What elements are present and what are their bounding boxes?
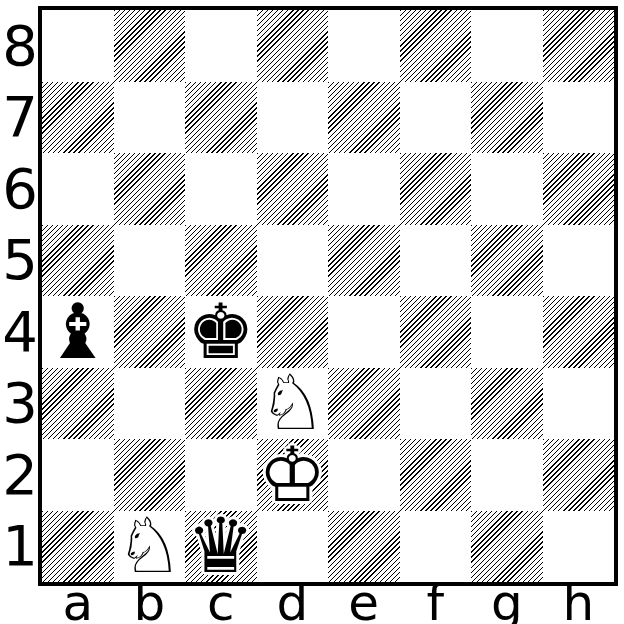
square-d6[interactable] (257, 153, 329, 225)
square-h5[interactable] (543, 225, 615, 297)
square-b7[interactable] (114, 82, 186, 154)
square-b2[interactable] (114, 439, 186, 511)
rank-label-8: 8 (0, 10, 38, 82)
file-label-d: d (257, 583, 329, 624)
square-g8[interactable] (471, 10, 543, 82)
square-g2[interactable] (471, 439, 543, 511)
square-f6[interactable] (400, 153, 472, 225)
square-h7[interactable] (543, 82, 615, 154)
square-a4[interactable]: ♝♝ (42, 296, 114, 368)
square-a1[interactable] (42, 511, 114, 583)
square-c1[interactable]: ♛♛ (185, 511, 257, 583)
square-a2[interactable] (42, 439, 114, 511)
square-h1[interactable] (543, 511, 615, 583)
square-h6[interactable] (543, 153, 615, 225)
rank-label-4: 4 (0, 296, 38, 368)
piece-white-knight[interactable]: ♞♘ (114, 511, 186, 583)
piece-white-knight[interactable]: ♞♘ (257, 368, 329, 440)
chess-board: ♝♝♚♚♞♘♚♔♞♘♛♛ (38, 6, 618, 586)
square-h2[interactable] (543, 439, 615, 511)
rank-label-5: 5 (0, 225, 38, 297)
square-d3[interactable]: ♞♘ (257, 368, 329, 440)
piece-white-king[interactable]: ♚♔ (257, 439, 329, 511)
square-d5[interactable] (257, 225, 329, 297)
square-a7[interactable] (42, 82, 114, 154)
piece-glyph: ♔ (257, 439, 329, 511)
square-e4[interactable] (328, 296, 400, 368)
square-b8[interactable] (114, 10, 186, 82)
piece-black-bishop[interactable]: ♝♝ (42, 296, 114, 368)
square-d4[interactable] (257, 296, 329, 368)
square-g4[interactable] (471, 296, 543, 368)
square-f3[interactable] (400, 368, 472, 440)
square-e2[interactable] (328, 439, 400, 511)
square-f1[interactable] (400, 511, 472, 583)
square-c2[interactable] (185, 439, 257, 511)
square-d1[interactable] (257, 511, 329, 583)
square-c7[interactable] (185, 82, 257, 154)
square-c5[interactable] (185, 225, 257, 297)
file-label-c: c (185, 583, 257, 624)
chess-diagram: 87654321 ♝♝♚♚♞♘♚♔♞♘♛♛ abcdefgh (0, 0, 624, 624)
square-d7[interactable] (257, 82, 329, 154)
piece-glyph: ♚ (185, 296, 257, 368)
square-f8[interactable] (400, 10, 472, 82)
square-a8[interactable] (42, 10, 114, 82)
square-h8[interactable] (543, 10, 615, 82)
square-e8[interactable] (328, 10, 400, 82)
piece-black-king[interactable]: ♚♚ (185, 296, 257, 368)
square-a5[interactable] (42, 225, 114, 297)
square-h3[interactable] (543, 368, 615, 440)
square-e6[interactable] (328, 153, 400, 225)
square-g7[interactable] (471, 82, 543, 154)
file-label-f: f (400, 583, 472, 624)
piece-glyph: ♘ (257, 368, 329, 440)
square-b1[interactable]: ♞♘ (114, 511, 186, 583)
square-b4[interactable] (114, 296, 186, 368)
rank-label-7: 7 (0, 82, 38, 154)
file-label-g: g (471, 583, 543, 624)
square-d2[interactable]: ♚♔ (257, 439, 329, 511)
square-f7[interactable] (400, 82, 472, 154)
rank-label-1: 1 (0, 511, 38, 583)
square-g6[interactable] (471, 153, 543, 225)
square-c8[interactable] (185, 10, 257, 82)
rank-label-2: 2 (0, 439, 38, 511)
file-label-b: b (114, 583, 186, 624)
square-e3[interactable] (328, 368, 400, 440)
file-labels: abcdefgh (42, 583, 614, 624)
file-label-a: a (42, 583, 114, 624)
square-f4[interactable] (400, 296, 472, 368)
rank-label-6: 6 (0, 153, 38, 225)
piece-black-queen[interactable]: ♛♛ (185, 511, 257, 583)
square-f2[interactable] (400, 439, 472, 511)
square-h4[interactable] (543, 296, 615, 368)
square-a6[interactable] (42, 153, 114, 225)
square-b3[interactable] (114, 368, 186, 440)
rank-labels: 87654321 (0, 10, 38, 582)
square-f5[interactable] (400, 225, 472, 297)
square-g5[interactable] (471, 225, 543, 297)
square-e7[interactable] (328, 82, 400, 154)
square-a3[interactable] (42, 368, 114, 440)
square-e5[interactable] (328, 225, 400, 297)
file-label-h: h (543, 583, 615, 624)
piece-glyph: ♛ (185, 511, 257, 583)
square-b5[interactable] (114, 225, 186, 297)
file-label-e: e (328, 583, 400, 624)
square-g1[interactable] (471, 511, 543, 583)
square-g3[interactable] (471, 368, 543, 440)
rank-label-3: 3 (0, 368, 38, 440)
square-c3[interactable] (185, 368, 257, 440)
square-c6[interactable] (185, 153, 257, 225)
square-b6[interactable] (114, 153, 186, 225)
square-d8[interactable] (257, 10, 329, 82)
square-e1[interactable] (328, 511, 400, 583)
square-c4[interactable]: ♚♚ (185, 296, 257, 368)
piece-glyph: ♝ (42, 296, 114, 368)
piece-glyph: ♘ (114, 511, 186, 583)
